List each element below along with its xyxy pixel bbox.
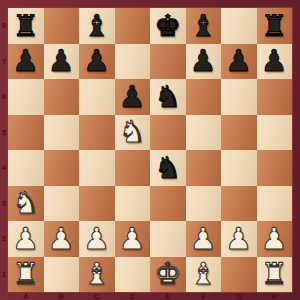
square-a3[interactable]: ♞: [8, 186, 44, 222]
square-c3[interactable]: [79, 186, 115, 222]
square-c7[interactable]: ♟: [79, 44, 115, 80]
square-b1[interactable]: [44, 257, 80, 293]
square-e7[interactable]: [150, 44, 186, 80]
square-b7[interactable]: ♟: [44, 44, 80, 80]
file-coordinates: ABCDEFGH: [8, 292, 292, 300]
file-label-c: C: [79, 292, 115, 300]
square-a5[interactable]: [8, 115, 44, 151]
square-e6[interactable]: ♞: [150, 79, 186, 115]
piece-black-pawn-f7[interactable]: ♟: [190, 46, 217, 76]
square-d5[interactable]: ♞: [115, 115, 151, 151]
rank-label-7: 7: [0, 44, 8, 80]
square-a2[interactable]: ♟: [8, 221, 44, 257]
piece-white-bishop-c1[interactable]: ♝: [83, 259, 110, 289]
square-d1[interactable]: [115, 257, 151, 293]
piece-black-pawn-d6[interactable]: ♟: [119, 82, 146, 112]
square-d7[interactable]: [115, 44, 151, 80]
square-d2[interactable]: ♟: [115, 221, 151, 257]
piece-black-king-e8[interactable]: ♚: [154, 11, 181, 41]
square-c5[interactable]: [79, 115, 115, 151]
square-c2[interactable]: ♟: [79, 221, 115, 257]
square-c6[interactable]: [79, 79, 115, 115]
piece-black-bishop-c8[interactable]: ♝: [83, 11, 110, 41]
piece-white-knight-a3[interactable]: ♞: [12, 188, 39, 218]
rank-label-5: 5: [0, 115, 8, 151]
piece-black-bishop-f8[interactable]: ♝: [190, 11, 217, 41]
square-e5[interactable]: [150, 115, 186, 151]
board-grid: ♜♝♚♝♜♟♟♟♟♟♟♟♞♞♞♞♟♟♟♟♟♟♟♜♝♚♝♜: [8, 8, 292, 292]
piece-white-pawn-f2[interactable]: ♟: [190, 224, 217, 254]
square-f6[interactable]: [186, 79, 222, 115]
piece-black-rook-h8[interactable]: ♜: [261, 11, 288, 41]
square-d8[interactable]: [115, 8, 151, 44]
square-h8[interactable]: ♜: [257, 8, 293, 44]
piece-black-pawn-b7[interactable]: ♟: [48, 46, 75, 76]
square-e1[interactable]: ♚: [150, 257, 186, 293]
piece-white-pawn-g2[interactable]: ♟: [225, 224, 252, 254]
square-e8[interactable]: ♚: [150, 8, 186, 44]
rank-coordinates: 87654321: [0, 8, 8, 292]
piece-white-bishop-f1[interactable]: ♝: [190, 259, 217, 289]
square-f4[interactable]: [186, 150, 222, 186]
piece-black-pawn-c7[interactable]: ♟: [83, 46, 110, 76]
file-label-h: H: [257, 292, 293, 300]
square-h3[interactable]: [257, 186, 293, 222]
piece-white-king-e1[interactable]: ♚: [154, 259, 181, 289]
square-g6[interactable]: [221, 79, 257, 115]
square-f5[interactable]: [186, 115, 222, 151]
square-b5[interactable]: [44, 115, 80, 151]
square-e2[interactable]: [150, 221, 186, 257]
square-a7[interactable]: ♟: [8, 44, 44, 80]
square-c8[interactable]: ♝: [79, 8, 115, 44]
square-c1[interactable]: ♝: [79, 257, 115, 293]
piece-black-rook-a8[interactable]: ♜: [12, 11, 39, 41]
rank-label-6: 6: [0, 79, 8, 115]
piece-white-pawn-c2[interactable]: ♟: [83, 224, 110, 254]
piece-black-pawn-h7[interactable]: ♟: [261, 46, 288, 76]
square-d3[interactable]: [115, 186, 151, 222]
rank-label-4: 4: [0, 150, 8, 186]
square-c4[interactable]: [79, 150, 115, 186]
square-d4[interactable]: [115, 150, 151, 186]
rank-label-1: 1: [0, 257, 8, 293]
square-f8[interactable]: ♝: [186, 8, 222, 44]
square-h4[interactable]: [257, 150, 293, 186]
square-f7[interactable]: ♟: [186, 44, 222, 80]
square-f3[interactable]: [186, 186, 222, 222]
piece-white-pawn-b2[interactable]: ♟: [48, 224, 75, 254]
file-label-a: A: [8, 292, 44, 300]
square-g2[interactable]: ♟: [221, 221, 257, 257]
square-g5[interactable]: [221, 115, 257, 151]
file-label-e: E: [150, 292, 186, 300]
square-g4[interactable]: [221, 150, 257, 186]
square-h2[interactable]: ♟: [257, 221, 293, 257]
square-b4[interactable]: [44, 150, 80, 186]
piece-white-rook-a1[interactable]: ♜: [12, 259, 39, 289]
piece-white-pawn-h2[interactable]: ♟: [261, 224, 288, 254]
square-d6[interactable]: ♟: [115, 79, 151, 115]
square-f2[interactable]: ♟: [186, 221, 222, 257]
square-h1[interactable]: ♜: [257, 257, 293, 293]
file-label-g: G: [221, 292, 257, 300]
square-b3[interactable]: [44, 186, 80, 222]
piece-white-pawn-d2[interactable]: ♟: [119, 224, 146, 254]
square-e3[interactable]: [150, 186, 186, 222]
square-a6[interactable]: [8, 79, 44, 115]
square-e4[interactable]: ♞: [150, 150, 186, 186]
square-h7[interactable]: ♟: [257, 44, 293, 80]
square-h6[interactable]: [257, 79, 293, 115]
square-b2[interactable]: ♟: [44, 221, 80, 257]
square-h5[interactable]: [257, 115, 293, 151]
square-f1[interactable]: ♝: [186, 257, 222, 293]
square-g1[interactable]: [221, 257, 257, 293]
file-label-d: D: [115, 292, 151, 300]
piece-black-knight-e6[interactable]: ♞: [154, 82, 181, 112]
piece-white-rook-h1[interactable]: ♜: [261, 259, 288, 289]
square-a8[interactable]: ♜: [8, 8, 44, 44]
file-label-f: F: [186, 292, 222, 300]
square-b6[interactable]: [44, 79, 80, 115]
rank-label-8: 8: [0, 8, 8, 44]
piece-white-knight-d5[interactable]: ♞: [119, 117, 146, 147]
rank-label-3: 3: [0, 186, 8, 222]
rank-label-2: 2: [0, 221, 8, 257]
file-label-b: B: [44, 292, 80, 300]
square-g3[interactable]: [221, 186, 257, 222]
square-g8[interactable]: [221, 8, 257, 44]
square-a1[interactable]: ♜: [8, 257, 44, 293]
chessboard-frame: 87654321 ♜♝♚♝♜♟♟♟♟♟♟♟♞♞♞♞♟♟♟♟♟♟♟♜♝♚♝♜ AB…: [0, 0, 300, 300]
square-g7[interactable]: ♟: [221, 44, 257, 80]
piece-black-knight-e4[interactable]: ♞: [154, 153, 181, 183]
square-b8[interactable]: [44, 8, 80, 44]
piece-black-pawn-g7[interactable]: ♟: [225, 46, 252, 76]
piece-white-pawn-a2[interactable]: ♟: [12, 224, 39, 254]
piece-black-pawn-a7[interactable]: ♟: [12, 46, 39, 76]
square-a4[interactable]: [8, 150, 44, 186]
